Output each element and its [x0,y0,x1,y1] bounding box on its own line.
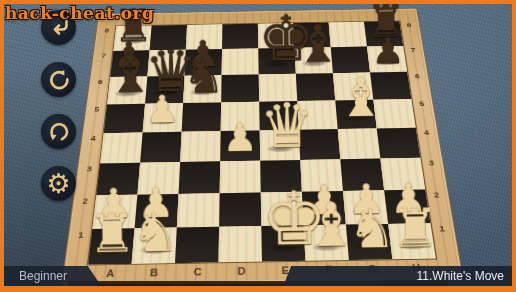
square-a5[interactable] [104,104,145,133]
white-queen-e4[interactable]: ♛ [259,95,300,157]
board-squares: ♜♜♟♟♚♝♟♝♛♞♟♝♟♛♟♟♟♟♟♜♞♚♝♞♜ [88,21,436,264]
rank-label-left-7: 7 [93,52,111,78]
rank-label-left-8: 8 [97,27,115,52]
square-d2[interactable] [219,192,261,226]
white-pawn-d4[interactable]: ♟ [220,118,261,158]
square-c5[interactable] [182,102,221,131]
file-label-d: D [219,266,263,277]
move-status-label: 11.White's Move [417,269,504,283]
rank-label-right-8: 8 [401,22,420,47]
black-knight-c6[interactable]: ♞ [183,52,222,99]
white-bishop-g5[interactable]: ♝ [337,71,377,126]
square-c2[interactable] [177,193,220,227]
white-knight-g1[interactable]: ♞ [348,201,392,255]
black-bishop-f7[interactable]: ♝ [295,19,333,71]
square-c3[interactable] [179,161,221,194]
chessboard-area: ABCDEFGH 8877665544332211 ♜♜♟♟♚♝♟♝♛♞♟♝♟♛… [0,0,516,292]
square-d1[interactable] [219,226,262,262]
difficulty-bar: Beginner [0,266,102,287]
chessboard: ABCDEFGH 8877665544332211 ♜♜♟♟♚♝♟♝♛♞♟♝♟♛… [61,8,464,287]
white-rook-a1[interactable]: ♜ [88,206,132,260]
rotate-arrow-icon [47,68,71,92]
file-label-c: C [176,267,220,278]
rank-label-left-5: 5 [86,106,105,135]
move-status-bar: 11.White's Move [283,266,516,287]
file-label-b: B [132,267,176,278]
square-d8[interactable] [222,24,258,49]
rank-label-right-4: 4 [418,129,439,159]
white-king-e1[interactable]: ♚ [261,183,306,257]
rank-label-left-6: 6 [90,78,109,106]
black-king-e7[interactable]: ♚ [258,8,296,71]
square-d7[interactable] [222,48,259,75]
rotate-board-button[interactable] [41,62,76,97]
rank-label-right-6: 6 [409,73,429,101]
settings-button[interactable]: ⚙ [41,166,76,201]
difficulty-label: Beginner [19,269,67,283]
white-rook-h1[interactable]: ♜ [391,201,435,255]
undo-arrow-icon [47,120,71,144]
gear-icon: ⚙ [46,170,70,197]
black-pawn-h7[interactable]: ♟ [369,32,407,69]
board-scene: ABCDEFGH 8877665544332211 ♜♜♟♟♚♝♟♝♛♞♟♝♟♛… [0,0,516,292]
undo-button[interactable] [41,114,76,149]
white-knight-b1[interactable]: ♞ [131,205,175,259]
rank-label-left-1: 1 [68,230,90,266]
white-pawn-b5[interactable]: ♟ [142,90,182,129]
square-d6[interactable] [221,74,259,102]
app-window: ABCDEFGH 8877665544332211 ♜♜♟♟♚♝♟♝♛♞♟♝♟♛… [0,0,516,292]
square-b4[interactable] [140,132,182,163]
black-bishop-a6[interactable]: ♝ [107,48,146,101]
rank-label-right-7: 7 [405,47,424,73]
rank-label-right-5: 5 [413,100,433,129]
square-c4[interactable] [180,131,221,162]
square-a4[interactable] [100,132,143,163]
watermark: hack-cheat.org [5,3,154,23]
square-h4[interactable] [377,128,421,159]
square-c1[interactable] [175,227,219,263]
rank-label-left-4: 4 [82,134,102,165]
square-d3[interactable] [220,161,261,194]
white-bishop-f1[interactable]: ♝ [304,195,348,256]
square-g4[interactable] [338,128,381,159]
